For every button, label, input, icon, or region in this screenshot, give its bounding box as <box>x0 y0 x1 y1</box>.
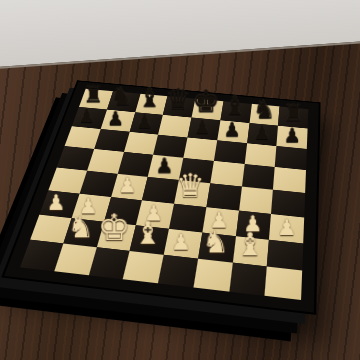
square-d8[interactable]: ♛ <box>163 96 195 117</box>
piece-black-pawn-h7[interactable]: ♟ <box>283 125 300 144</box>
photo-scene: ♜♞♝♛♚♝♞♜♟♟♟♟♟♟♟♟♟♛♟♟♟♟♟♟♞♚♝♟♞♝ <box>0 0 360 360</box>
square-f1[interactable] <box>193 259 232 292</box>
chessboard: ♜♞♝♛♚♝♞♜♟♟♟♟♟♟♟♟♟♛♟♟♟♟♟♟♞♚♝♟♞♝ <box>4 82 319 313</box>
piece-black-knight-b8[interactable]: ♞ <box>110 83 132 108</box>
square-g7[interactable]: ♟ <box>247 123 279 146</box>
table-surface: ♜♞♝♛♚♝♞♜♟♟♟♟♟♟♟♟♟♛♟♟♟♟♟♟♞♚♝♟♞♝ <box>0 0 360 360</box>
square-b5[interactable] <box>87 149 124 174</box>
square-h6[interactable] <box>275 146 307 170</box>
square-d1[interactable] <box>123 251 164 283</box>
square-g2[interactable]: ♝ <box>232 236 269 267</box>
square-h3[interactable]: ♟ <box>269 214 304 243</box>
square-e7[interactable]: ♟ <box>188 117 221 140</box>
piece-black-pawn-c7[interactable]: ♟ <box>136 111 153 130</box>
square-c1[interactable] <box>88 247 129 279</box>
piece-black-pawn-b7[interactable]: ♟ <box>107 109 124 128</box>
square-a7[interactable]: ♟ <box>72 107 107 129</box>
square-g1[interactable] <box>229 263 267 296</box>
square-h7[interactable]: ♟ <box>277 126 308 149</box>
piece-white-bishop-g2[interactable]: ♝ <box>236 229 264 261</box>
square-b6[interactable] <box>94 129 129 152</box>
chess-board-grid: ♜♞♝♛♚♝♞♜♟♟♟♟♟♟♟♟♟♛♟♟♟♟♟♟♞♚♝♟♞♝ <box>20 89 308 300</box>
piece-black-pawn-f7[interactable]: ♟ <box>224 119 241 138</box>
square-d7[interactable] <box>158 115 191 137</box>
square-b1[interactable] <box>54 244 96 276</box>
square-h1[interactable] <box>265 267 302 300</box>
piece-white-bishop-d2[interactable]: ♝ <box>134 218 162 249</box>
piece-white-pawn-e2[interactable]: ♟ <box>171 231 191 253</box>
piece-white-knight-b2[interactable]: ♞ <box>67 212 94 242</box>
piece-white-pawn-h3[interactable]: ♟ <box>277 216 297 238</box>
square-h2[interactable] <box>267 239 303 270</box>
square-f5[interactable] <box>210 161 244 187</box>
piece-white-knight-f2[interactable]: ♞ <box>202 227 229 257</box>
piece-black-pawn-g7[interactable]: ♟ <box>253 122 270 141</box>
board-frame-and-plinth: ♜♞♝♛♚♝♞♜♟♟♟♟♟♟♟♟♟♛♟♟♟♟♟♟♞♚♝♟♞♝ <box>4 82 319 313</box>
square-h5[interactable] <box>273 167 306 193</box>
piece-black-pawn-e7[interactable]: ♟ <box>194 117 211 136</box>
square-c6[interactable] <box>123 131 158 155</box>
square-d2[interactable]: ♝ <box>130 225 169 255</box>
square-e2[interactable]: ♟ <box>164 228 202 258</box>
piece-black-rook-a8[interactable]: ♜ <box>83 83 104 106</box>
piece-black-pawn-a7[interactable]: ♟ <box>79 106 96 125</box>
piece-black-bishop-c8[interactable]: ♝ <box>138 85 161 111</box>
piece-black-bishop-f8[interactable]: ♝ <box>223 93 247 119</box>
piece-white-pawn-c4[interactable]: ♟ <box>118 175 137 196</box>
square-f2[interactable]: ♞ <box>198 232 236 263</box>
piece-black-queen-d8[interactable]: ♛ <box>165 85 191 114</box>
piece-black-knight-g8[interactable]: ♞ <box>252 96 275 121</box>
square-e4[interactable]: ♛ <box>174 180 210 207</box>
square-g6[interactable] <box>244 143 276 167</box>
square-g5[interactable] <box>241 164 274 190</box>
square-e1[interactable] <box>158 255 198 287</box>
piece-white-pawn-a3[interactable]: ♟ <box>47 191 66 212</box>
square-f7[interactable]: ♟ <box>217 120 249 143</box>
piece-black-pawn-d5[interactable]: ♟ <box>155 155 173 175</box>
square-f6[interactable] <box>214 140 247 164</box>
square-e6[interactable] <box>183 137 217 161</box>
piece-white-queen-e4[interactable]: ♛ <box>176 170 205 203</box>
piece-black-king-e8[interactable]: ♚ <box>192 85 220 116</box>
piece-black-rook-h8[interactable]: ♜ <box>282 101 303 125</box>
piece-white-king-c2[interactable]: ♚ <box>98 209 131 246</box>
